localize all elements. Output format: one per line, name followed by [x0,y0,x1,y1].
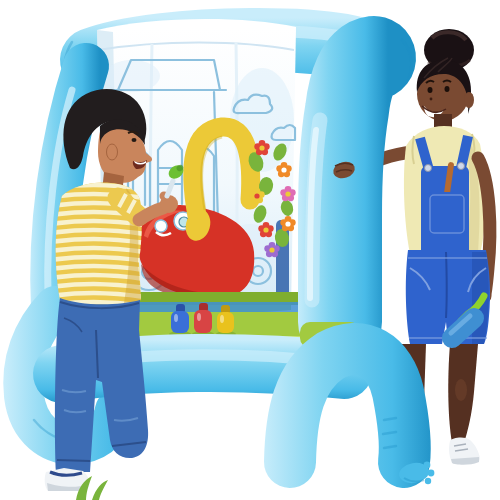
boy-ear [107,144,118,160]
product-photo: Children's inflatable standing easel wit… [0,0,500,500]
car-eye-left [155,220,167,232]
photo-canvas: Children's inflatable standing easel wit… [0,0,500,500]
